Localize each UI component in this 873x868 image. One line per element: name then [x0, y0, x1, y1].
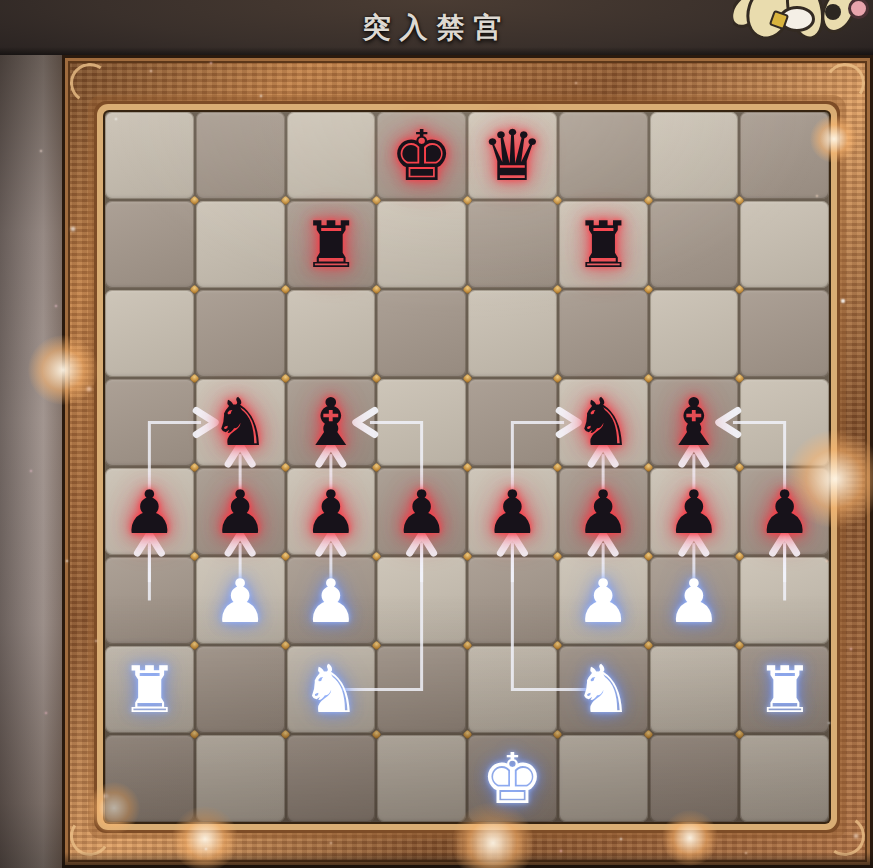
square-d4[interactable]: ♟ [377, 468, 466, 555]
square-b8[interactable] [196, 112, 285, 199]
black-rook-f7: ♜ [574, 213, 631, 277]
black-pawn-b4: ♟ [213, 482, 267, 542]
square-c2[interactable]: ♞ [287, 646, 376, 733]
square-f6[interactable] [559, 290, 648, 377]
chess-board: ♚♛♜♜♞♝♞♝♟♟♟♟♟♟♟♟♟♟♟♟♜♞♞♜♚ [105, 112, 829, 822]
square-h1[interactable] [740, 735, 829, 822]
square-e8[interactable]: ♛ [468, 112, 557, 199]
square-c5[interactable]: ♝ [287, 379, 376, 466]
white-pawn-g3: ♟ [667, 571, 721, 631]
square-f1[interactable] [559, 735, 648, 822]
square-c4[interactable]: ♟ [287, 468, 376, 555]
square-b4[interactable]: ♟ [196, 468, 285, 555]
black-queen-e8: ♛ [481, 121, 544, 191]
square-d8[interactable]: ♚ [377, 112, 466, 199]
black-knight-b5: ♞ [211, 390, 270, 456]
square-f3[interactable]: ♟ [559, 557, 648, 644]
square-d1[interactable] [377, 735, 466, 822]
square-g4[interactable]: ♟ [650, 468, 739, 555]
square-c8[interactable] [287, 112, 376, 199]
square-b6[interactable] [196, 290, 285, 377]
black-pawn-e4: ♟ [485, 482, 539, 542]
square-a5[interactable] [105, 379, 194, 466]
square-c1[interactable] [287, 735, 376, 822]
square-d5[interactable] [377, 379, 466, 466]
square-g1[interactable] [650, 735, 739, 822]
square-h7[interactable] [740, 201, 829, 288]
square-d7[interactable] [377, 201, 466, 288]
square-a1[interactable] [105, 735, 194, 822]
square-e7[interactable] [468, 201, 557, 288]
black-pawn-h4: ♟ [758, 482, 812, 542]
black-rook-c7: ♜ [302, 213, 359, 277]
black-pawn-d4: ♟ [395, 482, 449, 542]
square-a3[interactable] [105, 557, 194, 644]
square-g6[interactable] [650, 290, 739, 377]
square-b1[interactable] [196, 735, 285, 822]
square-e4[interactable]: ♟ [468, 468, 557, 555]
square-a8[interactable] [105, 112, 194, 199]
frame-corner-ornament [67, 60, 113, 106]
square-a2[interactable]: ♜ [105, 646, 194, 733]
square-c3[interactable]: ♟ [287, 557, 376, 644]
black-pawn-a4: ♟ [122, 482, 176, 542]
white-king-e1: ♚ [481, 744, 544, 814]
square-h6[interactable] [740, 290, 829, 377]
square-f4[interactable]: ♟ [559, 468, 648, 555]
white-rook-h2: ♜ [756, 658, 813, 722]
square-e6[interactable] [468, 290, 557, 377]
square-e5[interactable] [468, 379, 557, 466]
square-g2[interactable] [650, 646, 739, 733]
white-rook-a2: ♜ [121, 658, 178, 722]
square-g8[interactable] [650, 112, 739, 199]
square-a4[interactable]: ♟ [105, 468, 194, 555]
square-d6[interactable] [377, 290, 466, 377]
square-f7[interactable]: ♜ [559, 201, 648, 288]
square-f8[interactable] [559, 112, 648, 199]
white-pawn-f3: ♟ [576, 571, 630, 631]
square-f5[interactable]: ♞ [559, 379, 648, 466]
square-b2[interactable] [196, 646, 285, 733]
square-h2[interactable]: ♜ [740, 646, 829, 733]
square-c6[interactable] [287, 290, 376, 377]
square-e1[interactable]: ♚ [468, 735, 557, 822]
square-g7[interactable] [650, 201, 739, 288]
black-pawn-c4: ♟ [304, 482, 358, 542]
square-g3[interactable]: ♟ [650, 557, 739, 644]
black-bishop-c5: ♝ [301, 390, 360, 456]
square-c7[interactable]: ♜ [287, 201, 376, 288]
square-e2[interactable] [468, 646, 557, 733]
square-d3[interactable] [377, 557, 466, 644]
background-wall [0, 55, 62, 868]
square-h5[interactable] [740, 379, 829, 466]
square-g5[interactable]: ♝ [650, 379, 739, 466]
square-h4[interactable]: ♟ [740, 468, 829, 555]
black-pawn-f4: ♟ [576, 482, 630, 542]
square-h8[interactable] [740, 112, 829, 199]
black-knight-f5: ♞ [574, 390, 633, 456]
square-d2[interactable] [377, 646, 466, 733]
square-b5[interactable]: ♞ [196, 379, 285, 466]
black-pawn-g4: ♟ [667, 482, 721, 542]
white-pawn-b3: ♟ [213, 571, 267, 631]
square-a7[interactable] [105, 201, 194, 288]
character-sticker [733, 0, 873, 52]
white-knight-c2: ♞ [301, 657, 360, 723]
black-bishop-g5: ♝ [664, 390, 723, 456]
board-area: ♚♛♜♜♞♝♞♝♟♟♟♟♟♟♟♟♟♟♟♟♜♞♞♜♚ [105, 112, 829, 822]
black-king-d8: ♚ [390, 121, 453, 191]
square-h3[interactable] [740, 557, 829, 644]
square-a6[interactable] [105, 290, 194, 377]
game-screen: ♚♛♜♜♞♝♞♝♟♟♟♟♟♟♟♟♟♟♟♟♜♞♞♜♚ 突入禁宫 [0, 0, 873, 868]
white-knight-f2: ♞ [574, 657, 633, 723]
square-f2[interactable]: ♞ [559, 646, 648, 733]
frame-corner-ornament [822, 60, 868, 106]
square-b3[interactable]: ♟ [196, 557, 285, 644]
square-e3[interactable] [468, 557, 557, 644]
square-b7[interactable] [196, 201, 285, 288]
white-pawn-c3: ♟ [304, 571, 358, 631]
